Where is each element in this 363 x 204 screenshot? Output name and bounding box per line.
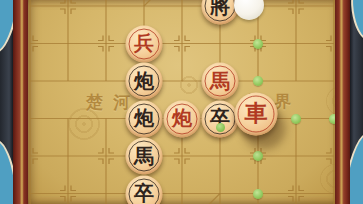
river-swirl-ornament bbox=[176, 72, 202, 98]
piece-red-chariot[interactable]: 車 bbox=[235, 92, 278, 135]
wave-ornament bbox=[350, 130, 363, 204]
move-hint-dot[interactable] bbox=[253, 189, 263, 199]
piece-black-cannon[interactable]: 炮 bbox=[126, 100, 163, 137]
piece-glyph: 卒 bbox=[134, 183, 154, 203]
move-hint-dot[interactable] bbox=[253, 39, 263, 49]
piece-glyph: 將 bbox=[210, 0, 230, 15]
move-hint-dot[interactable] bbox=[291, 114, 301, 124]
piece-glyph: 馬 bbox=[134, 145, 154, 165]
piece-red-soldier[interactable]: 兵 bbox=[126, 25, 163, 62]
piece-black-soldier[interactable]: 卒 bbox=[126, 175, 163, 204]
capture-hint-marker bbox=[216, 123, 225, 132]
piece-black-horse[interactable]: 馬 bbox=[126, 138, 163, 175]
right-decor-trim bbox=[350, 0, 363, 204]
piece-black-cannon[interactable]: 炮 bbox=[126, 63, 163, 100]
piece-glyph: 炮 bbox=[134, 108, 154, 128]
piece-glyph: 炮 bbox=[172, 108, 192, 128]
wave-ornament bbox=[0, 0, 13, 56]
board-grid bbox=[28, 0, 363, 204]
move-hint-dot[interactable] bbox=[253, 76, 263, 86]
wave-ornament bbox=[350, 0, 363, 42]
piece-glyph: 馬 bbox=[210, 70, 230, 90]
wave-ornament bbox=[0, 138, 13, 204]
piece-black-soldier[interactable]: 卒 bbox=[202, 100, 239, 137]
board-surface: 楚河 漢界 將兵炮馬炮炮卒車馬卒 bbox=[28, 0, 341, 204]
piece-glyph: 兵 bbox=[134, 33, 154, 53]
piece-red-horse[interactable]: 馬 bbox=[202, 63, 239, 100]
move-hint-dot[interactable] bbox=[253, 151, 263, 161]
game-screen: 楚河 漢界 將兵炮馬炮炮卒車馬卒 bbox=[0, 0, 363, 204]
wooden-frame-right bbox=[335, 0, 351, 204]
left-decor-trim bbox=[0, 0, 13, 204]
piece-glyph: 車 bbox=[245, 101, 268, 124]
piece-red-cannon[interactable]: 炮 bbox=[164, 100, 201, 137]
wooden-frame-left bbox=[12, 0, 28, 204]
piece-glyph: 炮 bbox=[134, 70, 154, 90]
